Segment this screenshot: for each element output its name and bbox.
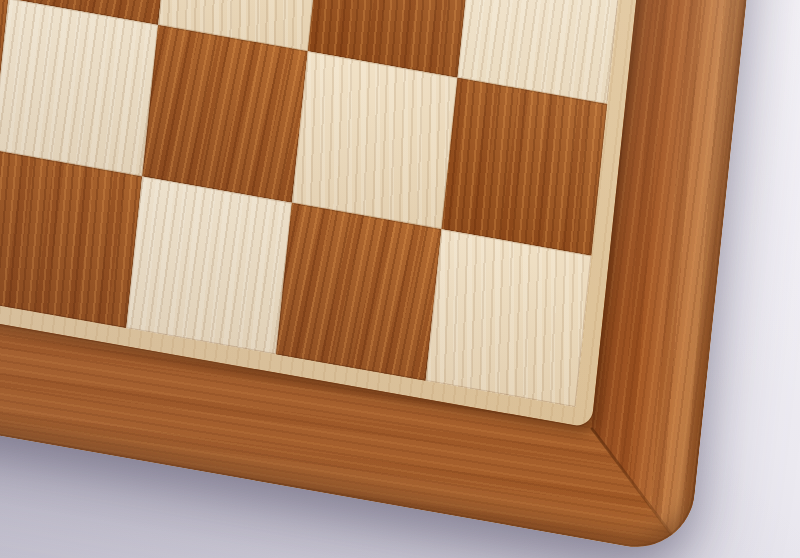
square-h1	[426, 229, 592, 407]
square-e2	[0, 0, 158, 176]
board-grid	[0, 0, 703, 407]
square-g2	[292, 51, 458, 229]
photo-scene	[0, 0, 800, 558]
square-f1	[126, 176, 292, 354]
square-g1	[276, 203, 442, 381]
square-h2	[442, 78, 608, 256]
chessboard	[0, 0, 800, 557]
square-e1	[0, 150, 142, 328]
square-f2	[142, 25, 308, 203]
